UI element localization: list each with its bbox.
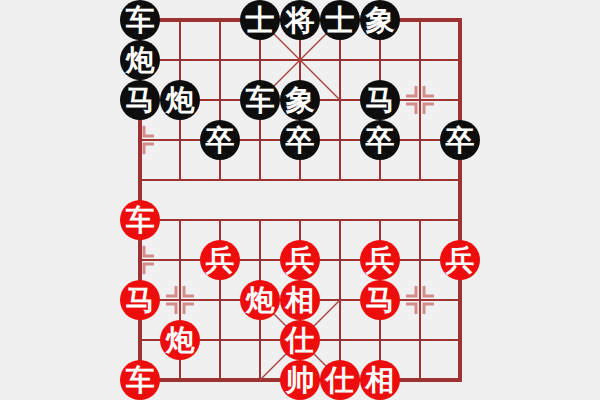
piece-black-cannon[interactable]: 炮 [160,80,200,120]
xiangqi-board: 车士将士象炮马炮车象马卒卒卒卒车兵兵兵兵马炮相马炮仕车帅仕相 [0,0,600,400]
piece-red-advisor[interactable]: 仕 [280,320,320,360]
piece-red-general[interactable]: 帅 [280,360,320,400]
piece-red-cannon[interactable]: 炮 [160,320,200,360]
piece-red-pawn[interactable]: 兵 [200,240,240,280]
piece-black-elephant[interactable]: 象 [360,0,400,40]
piece-black-general[interactable]: 将 [280,0,320,40]
piece-black-chariot[interactable]: 车 [120,0,160,40]
piece-black-horse[interactable]: 马 [120,80,160,120]
piece-black-elephant[interactable]: 象 [280,80,320,120]
piece-red-pawn[interactable]: 兵 [440,240,480,280]
piece-red-elephant[interactable]: 相 [280,280,320,320]
piece-black-pawn[interactable]: 卒 [200,120,240,160]
piece-black-pawn[interactable]: 卒 [360,120,400,160]
piece-black-advisor[interactable]: 士 [320,0,360,40]
piece-red-elephant[interactable]: 相 [360,360,400,400]
piece-black-cannon[interactable]: 炮 [120,40,160,80]
piece-red-advisor[interactable]: 仕 [320,360,360,400]
piece-red-pawn[interactable]: 兵 [280,240,320,280]
piece-black-horse[interactable]: 马 [360,80,400,120]
piece-red-chariot[interactable]: 车 [120,200,160,240]
piece-red-horse[interactable]: 马 [360,280,400,320]
piece-red-horse[interactable]: 马 [120,280,160,320]
piece-red-chariot[interactable]: 车 [120,360,160,400]
piece-black-pawn[interactable]: 卒 [440,120,480,160]
piece-black-advisor[interactable]: 士 [240,0,280,40]
piece-red-pawn[interactable]: 兵 [360,240,400,280]
piece-grid[interactable]: 车士将士象炮马炮车象马卒卒卒卒车兵兵兵兵马炮相马炮仕车帅仕相 [120,0,480,400]
piece-red-cannon[interactable]: 炮 [240,280,280,320]
piece-black-pawn[interactable]: 卒 [280,120,320,160]
piece-black-chariot[interactable]: 车 [240,80,280,120]
